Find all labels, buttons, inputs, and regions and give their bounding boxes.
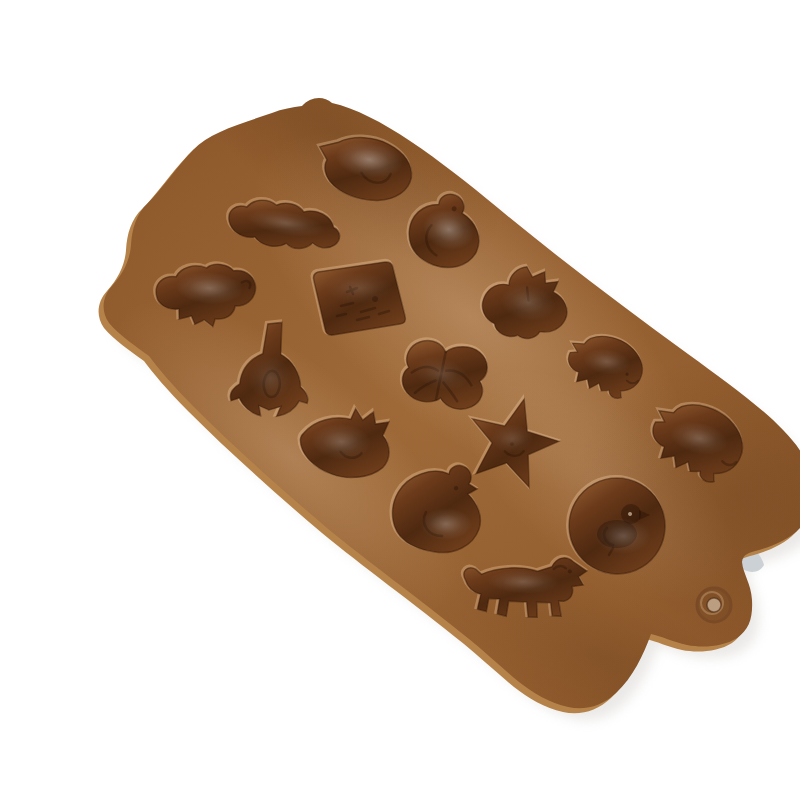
cavity-square-tile-gloss: [325, 272, 393, 304]
cavity-chick-medallion: [568, 477, 666, 575]
hanging-hole: [697, 588, 731, 622]
cavity-star-gloss: [490, 424, 533, 453]
hanging-hole-center: [707, 598, 721, 612]
mold-scene: [40, 16, 800, 800]
chocolate-mold-photo: [40, 16, 800, 800]
cavity-duck-medallion-gloss: [420, 508, 472, 540]
cavity-duck-medallion-emboss-1: [454, 486, 458, 490]
cavity-square-tile: [312, 260, 405, 335]
cavity-chick-medallion-gloss: [595, 518, 651, 554]
cavity-chick-medallion-emboss-3: [628, 512, 632, 516]
